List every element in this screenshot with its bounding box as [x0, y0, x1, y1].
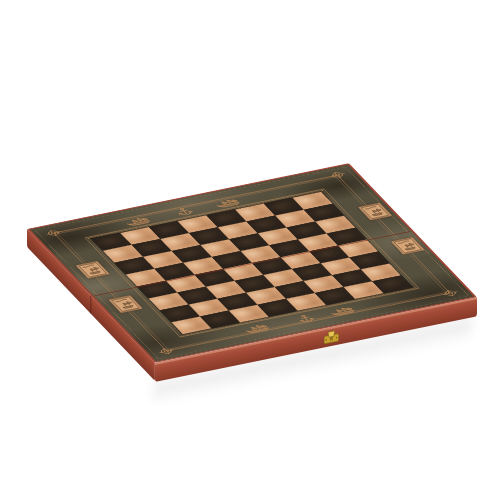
brass-latch-icon: [323, 327, 340, 346]
fold-seam-edge: [90, 295, 91, 314]
product-photo-stage: [0, 0, 500, 500]
